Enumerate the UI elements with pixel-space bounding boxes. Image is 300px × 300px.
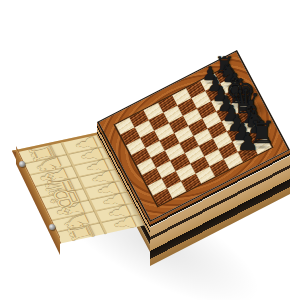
chess-set-photo: ♟♜♟♞♟♝♟♛♟♚♟♝♟♞♟♜ ♜♟♞♟♝♟♚♟♛♟♝♟♞♟♜♟ [0, 0, 300, 300]
